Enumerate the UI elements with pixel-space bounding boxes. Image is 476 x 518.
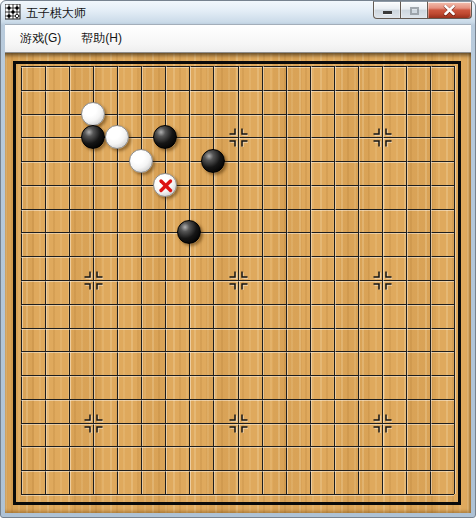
star-point	[373, 128, 392, 147]
title-bar[interactable]: 五子棋大师	[1, 1, 475, 23]
grid-line-horizontal	[21, 446, 454, 447]
grid-line-vertical	[430, 66, 431, 494]
grid-line-horizontal	[21, 328, 454, 329]
stone-white	[105, 125, 129, 149]
stone-white	[129, 149, 153, 173]
last-move-marker	[154, 174, 178, 198]
stone-white	[81, 102, 105, 126]
minimize-button[interactable]	[373, 1, 401, 19]
star-point	[229, 414, 248, 433]
app-window: 五子棋大师 游戏(G) 帮助(H)	[0, 0, 476, 518]
grid-line-horizontal	[21, 470, 454, 471]
grid-line-horizontal	[21, 304, 454, 305]
menu-item-help[interactable]: 帮助(H)	[74, 27, 129, 50]
star-point	[84, 271, 103, 290]
star-point	[229, 128, 248, 147]
grid-line-horizontal	[21, 375, 454, 376]
grid-line-vertical	[454, 66, 455, 494]
window-title: 五子棋大师	[26, 5, 86, 22]
star-point	[229, 271, 248, 290]
grid-line-horizontal	[21, 351, 454, 352]
stone-black	[153, 125, 177, 149]
stone-black	[201, 149, 225, 173]
star-point	[373, 271, 392, 290]
grid-line-vertical	[310, 66, 311, 494]
star-point	[373, 414, 392, 433]
maximize-button	[400, 1, 428, 19]
minimize-icon	[383, 11, 392, 14]
menu-bar: 游戏(G) 帮助(H)	[5, 24, 471, 53]
grid-line-vertical	[262, 66, 263, 494]
stone-black	[177, 220, 201, 244]
stone-white-last-move	[153, 173, 177, 197]
board-grid[interactable]	[5, 53, 471, 513]
maximize-icon	[410, 7, 419, 15]
grid-line-vertical	[358, 66, 359, 494]
grid-line-vertical	[286, 66, 287, 494]
grid-line-vertical	[406, 66, 407, 494]
menu-item-game[interactable]: 游戏(G)	[13, 27, 68, 50]
grid-line-vertical	[334, 66, 335, 494]
board-area	[5, 53, 471, 513]
close-button[interactable]	[427, 1, 472, 19]
grid-line-horizontal	[21, 494, 454, 495]
app-icon	[5, 4, 21, 20]
grid-line-horizontal	[21, 399, 454, 400]
close-icon	[443, 5, 456, 16]
star-point	[84, 414, 103, 433]
